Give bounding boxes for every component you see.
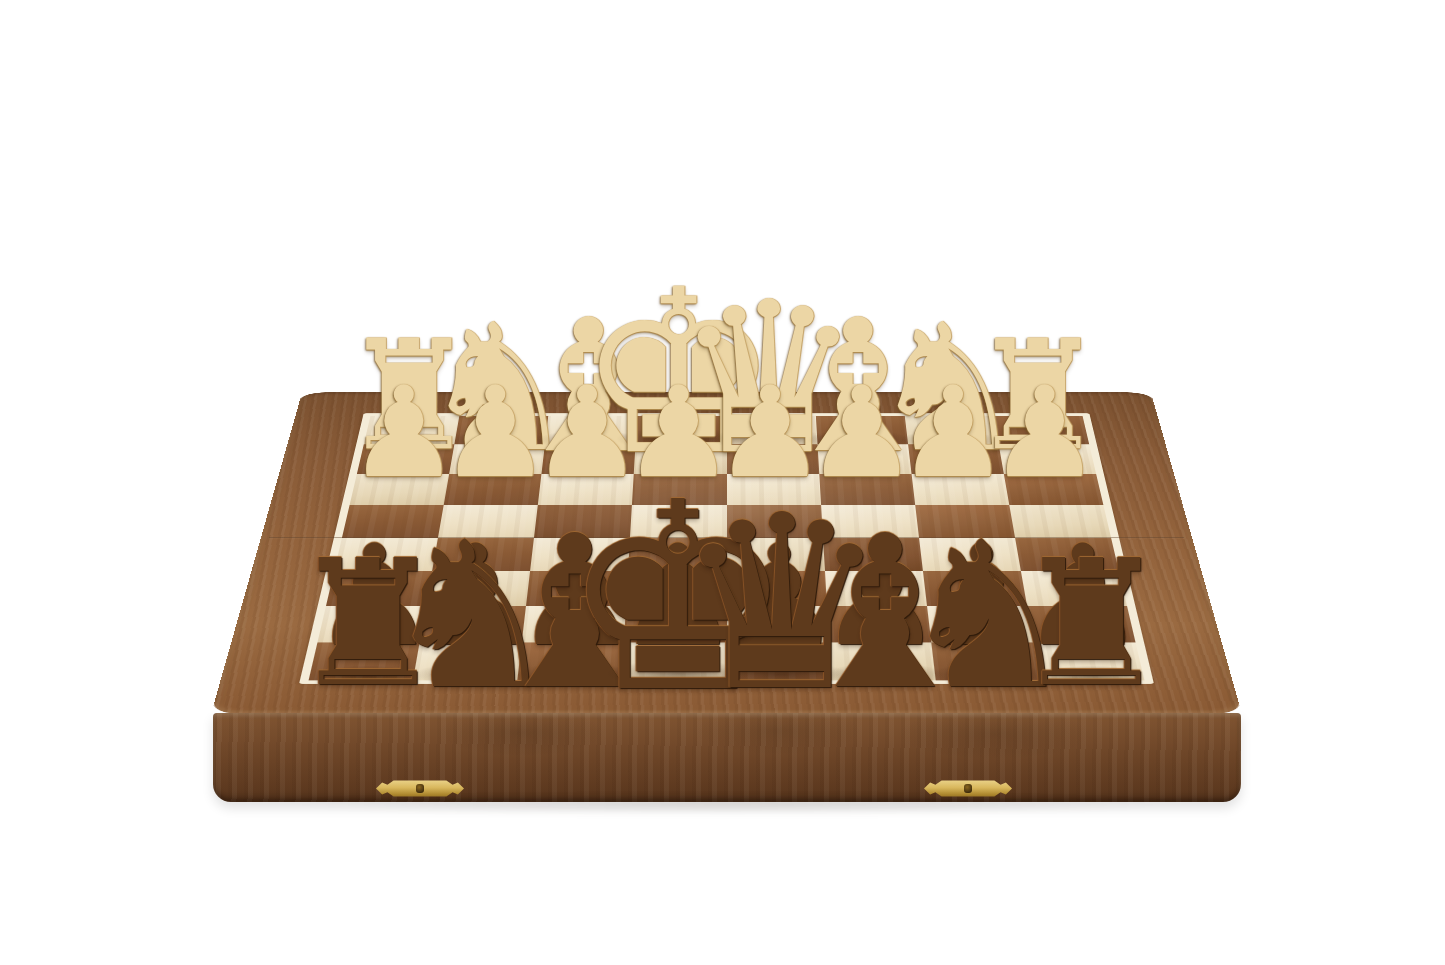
- brass-latch-right: [924, 779, 1012, 798]
- pieces-layer: ♜♞♝♚♛♝♞♜♟♟♟♟♟♟♟♟♟♟♟♟♟♟♟♟♜♞♝♚♛♝♞♜: [0, 0, 1445, 965]
- piece-white-pawn-a2[interactable]: ♟: [988, 370, 1101, 496]
- ground-shadow: [250, 797, 1205, 813]
- brass-latch-left: [376, 779, 464, 798]
- photo-background: ♜♞♝♚♛♝♞♜♟♟♟♟♟♟♟♟♟♟♟♟♟♟♟♟♜♞♝♚♛♝♞♜: [0, 0, 1445, 965]
- piece-black-rook-a8[interactable]: ♜: [1013, 537, 1169, 711]
